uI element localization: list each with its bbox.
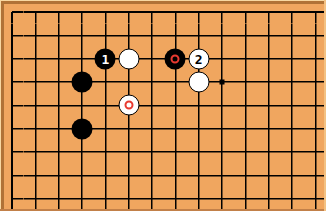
board-point [280,117,303,140]
board-point [210,117,233,140]
board-point [140,117,163,140]
board-point [117,94,140,117]
board-point [304,187,326,210]
board-point [117,47,140,70]
board-point [164,164,187,187]
board-point [24,24,47,47]
go-diagram: 12 [0,0,326,211]
board-point [280,47,303,70]
board-point [234,24,257,47]
board-point [257,140,280,163]
board-point [187,24,210,47]
board-point [24,164,47,187]
board-point [94,24,117,47]
board-point [24,94,47,117]
board-point [94,187,117,210]
board-point [70,187,93,210]
board-point [94,70,117,93]
board-edge-top [1,1,326,4]
black-stone [165,48,186,69]
board-point [117,187,140,210]
board-point [304,70,326,93]
board-point [210,47,233,70]
circle-marker [171,54,180,63]
board-bevel-top [0,0,326,1]
board-point [140,24,163,47]
circle-marker [124,101,133,110]
board-point [187,94,210,117]
white-stone: 2 [188,48,209,69]
board-point [164,140,187,163]
white-stone [188,72,209,93]
board-point [234,117,257,140]
star-point-marker [220,80,225,85]
board-point [164,187,187,210]
board-point [164,70,187,93]
board-point [234,70,257,93]
board-point [70,164,93,187]
board-point [47,47,70,70]
board-point [117,140,140,163]
board-point [210,70,233,93]
board-point [257,24,280,47]
board-point [70,94,93,117]
board-point [47,24,70,47]
board-point [164,117,187,140]
board-point [280,94,303,117]
board-point [24,47,47,70]
board-point [47,187,70,210]
board-point: 2 [187,47,210,70]
board-point [187,140,210,163]
board-point [24,70,47,93]
board-point [140,94,163,117]
board-point [117,70,140,93]
board-point [187,187,210,210]
board-point [280,187,303,210]
board-point [210,187,233,210]
board-point [234,187,257,210]
board-point [257,70,280,93]
board-point [140,140,163,163]
board-point [257,187,280,210]
board-point [24,187,47,210]
board-point [210,164,233,187]
board-point [280,70,303,93]
board-point [210,140,233,163]
board-point [47,140,70,163]
board-point [117,117,140,140]
board-point [304,117,326,140]
board-point [257,94,280,117]
board-point [257,47,280,70]
board-point [47,117,70,140]
board-point: 1 [94,47,117,70]
board-point [187,117,210,140]
board-point [304,164,326,187]
board-point [210,94,233,117]
board-point [187,164,210,187]
board-point [47,70,70,93]
goban-grid: 12 [1,1,326,211]
board-point [164,94,187,117]
board-point [94,117,117,140]
board-point [117,24,140,47]
board-edge-left [1,1,4,211]
black-stone [72,72,93,93]
board-point [140,47,163,70]
board-point [47,164,70,187]
board-point [140,187,163,210]
board-point [24,140,47,163]
board-point [304,24,326,47]
stone-label: 1 [102,52,110,65]
board-point [280,140,303,163]
black-stone [72,118,93,139]
board-point [140,164,163,187]
board-point [164,47,187,70]
board-point [280,164,303,187]
board-point [257,164,280,187]
board-point [70,117,93,140]
board-point [24,117,47,140]
board-point [234,47,257,70]
board-point [140,70,163,93]
black-stone: 1 [95,48,116,69]
board-point [304,47,326,70]
board-point [117,164,140,187]
image-edge-bottom [0,209,326,211]
board-point [210,24,233,47]
board-point [304,140,326,163]
board-point [187,70,210,93]
board-point [234,94,257,117]
board-point [70,24,93,47]
stone-label: 2 [195,52,203,65]
board-point [70,70,93,93]
board-point [234,164,257,187]
board-point [47,94,70,117]
board-point [164,24,187,47]
board-point [94,94,117,117]
board-point [94,164,117,187]
board-bevel-left [0,0,1,211]
board-point [234,140,257,163]
board-point [94,140,117,163]
board-point [257,117,280,140]
white-stone [118,48,139,69]
white-stone [118,95,139,116]
board-point [280,24,303,47]
board-point [70,140,93,163]
board-point [304,94,326,117]
board-point [70,47,93,70]
